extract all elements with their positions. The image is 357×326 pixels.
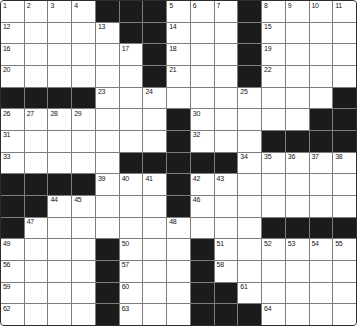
white-cell-r7c6[interactable]	[120, 131, 143, 152]
clue-number: 2	[27, 2, 31, 10]
clue-number: 3	[50, 2, 54, 10]
black-cell-r7c15	[333, 131, 356, 152]
white-cell-r2c2[interactable]	[25, 23, 48, 44]
black-cell-r15c9	[191, 304, 214, 325]
white-cell-r10c9[interactable]: 46	[191, 196, 214, 217]
black-cell-r9c3	[48, 174, 71, 195]
black-cell-r8c8	[167, 153, 190, 174]
white-cell-r2c12[interactable]: 15	[262, 23, 285, 44]
clue-number: 28	[50, 110, 57, 118]
white-cell-r15c15[interactable]	[333, 304, 356, 325]
black-cell-r5c15	[333, 88, 356, 109]
clue-number: 60	[122, 283, 129, 291]
white-cell-r3c13[interactable]	[286, 44, 309, 65]
clue-number: 33	[3, 153, 10, 161]
white-cell-r2c5[interactable]: 13	[96, 23, 119, 44]
black-cell-r3c7	[143, 44, 166, 65]
black-cell-r9c2	[25, 174, 48, 195]
white-cell-r6c10[interactable]	[215, 109, 238, 130]
clue-number: 20	[3, 66, 10, 74]
white-cell-r2c1[interactable]: 12	[1, 23, 24, 44]
black-cell-r12c5	[96, 239, 119, 260]
white-cell-r15c2[interactable]	[25, 304, 48, 325]
white-cell-r1c10[interactable]: 7	[215, 1, 238, 22]
white-cell-r11c2[interactable]: 47	[25, 218, 48, 239]
clue-number: 11	[335, 2, 342, 10]
white-cell-r2c8[interactable]: 14	[167, 23, 190, 44]
white-cell-r12c1[interactable]: 49	[1, 239, 24, 260]
white-cell-r13c8[interactable]	[167, 261, 190, 282]
white-cell-r3c10[interactable]	[215, 44, 238, 65]
white-cell-r11c5[interactable]	[96, 218, 119, 239]
white-cell-r10c11[interactable]	[238, 196, 261, 217]
white-cell-r12c14[interactable]: 54	[310, 239, 333, 260]
white-cell-r4c6[interactable]	[120, 66, 143, 87]
white-cell-r10c15[interactable]	[333, 196, 356, 217]
white-cell-r10c5[interactable]	[96, 196, 119, 217]
black-cell-r5c1	[1, 88, 24, 109]
clue-number: 25	[240, 88, 247, 96]
clue-number: 62	[3, 305, 10, 313]
white-cell-r12c3[interactable]	[48, 239, 71, 260]
white-cell-r10c7[interactable]	[143, 196, 166, 217]
black-cell-r10c2	[25, 196, 48, 217]
white-cell-r6c5[interactable]	[96, 109, 119, 130]
white-cell-r4c5[interactable]	[96, 66, 119, 87]
white-cell-r2c10[interactable]	[215, 23, 238, 44]
white-cell-r7c3[interactable]	[48, 131, 71, 152]
clue-number: 54	[312, 240, 319, 248]
white-cell-r6c11[interactable]	[238, 109, 261, 130]
white-cell-r9c13[interactable]	[286, 174, 309, 195]
black-cell-r11c1	[1, 218, 24, 239]
clue-number: 15	[264, 23, 271, 31]
white-cell-r1c3[interactable]: 3	[48, 1, 71, 22]
clue-number: 41	[145, 175, 152, 183]
black-cell-r15c10	[215, 304, 238, 325]
white-cell-r9c15[interactable]	[333, 174, 356, 195]
white-cell-r12c10[interactable]: 51	[215, 239, 238, 260]
black-cell-r6c15	[333, 109, 356, 130]
white-cell-r4c14[interactable]	[310, 66, 333, 87]
white-cell-r10c10[interactable]	[215, 196, 238, 217]
clue-number: 21	[169, 66, 176, 74]
white-cell-r7c1[interactable]: 31	[1, 131, 24, 152]
clue-number: 53	[288, 240, 295, 248]
white-cell-r11c9[interactable]	[191, 218, 214, 239]
white-cell-r5c14[interactable]	[310, 88, 333, 109]
white-cell-r3c5[interactable]	[96, 44, 119, 65]
white-cell-r3c9[interactable]	[191, 44, 214, 65]
white-cell-r12c2[interactable]	[25, 239, 48, 260]
clue-number: 59	[3, 283, 10, 291]
white-cell-r12c7[interactable]	[143, 239, 166, 260]
clue-number: 47	[27, 218, 34, 226]
black-cell-r2c6	[120, 23, 143, 44]
white-cell-r5c10[interactable]	[215, 88, 238, 109]
black-cell-r7c13	[286, 131, 309, 152]
white-cell-r10c12[interactable]	[262, 196, 285, 217]
black-cell-r2c7	[143, 23, 166, 44]
clue-number: 38	[335, 153, 342, 161]
clue-number: 31	[3, 131, 10, 139]
white-cell-r9c9[interactable]: 42	[191, 174, 214, 195]
white-cell-r7c7[interactable]	[143, 131, 166, 152]
black-cell-r7c8	[167, 131, 190, 152]
white-cell-r7c5[interactable]	[96, 131, 119, 152]
white-cell-r13c4[interactable]	[72, 261, 95, 282]
white-cell-r6c9[interactable]: 30	[191, 109, 214, 130]
white-cell-r4c1[interactable]: 20	[1, 66, 24, 87]
clue-number: 34	[240, 153, 247, 161]
white-cell-r10c14[interactable]	[310, 196, 333, 217]
white-cell-r6c6[interactable]	[120, 109, 143, 130]
white-cell-r12c15[interactable]: 55	[333, 239, 356, 260]
white-cell-r12c11[interactable]	[238, 239, 261, 260]
clue-number: 5	[169, 2, 173, 10]
white-cell-r2c13[interactable]	[286, 23, 309, 44]
white-cell-r8c14[interactable]: 37	[310, 153, 333, 174]
white-cell-r13c12[interactable]	[262, 261, 285, 282]
black-cell-r9c8	[167, 174, 190, 195]
white-cell-r12c4[interactable]	[72, 239, 95, 260]
white-cell-r10c3[interactable]: 44	[48, 196, 71, 217]
white-cell-r8c3[interactable]	[48, 153, 71, 174]
white-cell-r5c6[interactable]	[120, 88, 143, 109]
clue-number: 17	[122, 45, 129, 53]
white-cell-r3c8[interactable]: 18	[167, 44, 190, 65]
white-cell-r9c6[interactable]: 40	[120, 174, 143, 195]
white-cell-r11c4[interactable]	[72, 218, 95, 239]
clue-number: 6	[193, 2, 197, 10]
clue-number: 24	[145, 88, 152, 96]
white-cell-r9c11[interactable]	[238, 174, 261, 195]
white-cell-r1c14[interactable]: 10	[310, 1, 333, 22]
clue-number: 57	[122, 261, 129, 269]
white-cell-r3c1[interactable]: 16	[1, 44, 24, 65]
white-cell-r7c11[interactable]	[238, 131, 261, 152]
white-cell-r11c3[interactable]	[48, 218, 71, 239]
black-cell-r7c14	[310, 131, 333, 152]
white-cell-r12c13[interactable]: 53	[286, 239, 309, 260]
white-cell-r5c8[interactable]	[167, 88, 190, 109]
clue-number: 55	[335, 240, 342, 248]
clue-number: 27	[27, 110, 34, 118]
clue-number: 39	[98, 175, 105, 183]
white-cell-r4c8[interactable]: 21	[167, 66, 190, 87]
white-cell-r7c4[interactable]	[72, 131, 95, 152]
clue-number: 26	[3, 110, 10, 118]
white-cell-r6c7[interactable]	[143, 109, 166, 130]
clue-number: 19	[264, 45, 271, 53]
black-cell-r7c12	[262, 131, 285, 152]
clue-number: 13	[98, 23, 105, 31]
clue-number: 45	[74, 196, 81, 204]
white-cell-r15c12[interactable]: 64	[262, 304, 285, 325]
clue-number: 46	[193, 196, 200, 204]
clue-number: 49	[3, 240, 10, 248]
white-cell-r5c9[interactable]	[191, 88, 214, 109]
black-cell-r9c4	[72, 174, 95, 195]
white-cell-r11c6[interactable]	[120, 218, 143, 239]
white-cell-r14c1[interactable]: 59	[1, 283, 24, 304]
white-cell-r8c5[interactable]	[96, 153, 119, 174]
white-cell-r15c4[interactable]	[72, 304, 95, 325]
black-cell-r5c3	[48, 88, 71, 109]
white-cell-r15c3[interactable]	[48, 304, 71, 325]
black-cell-r1c6	[120, 1, 143, 22]
clue-number: 23	[98, 88, 105, 96]
white-cell-r8c11[interactable]: 34	[238, 153, 261, 174]
white-cell-r14c15[interactable]	[333, 283, 356, 304]
white-cell-r10c4[interactable]: 45	[72, 196, 95, 217]
white-cell-r15c14[interactable]	[310, 304, 333, 325]
black-cell-r2c11	[238, 23, 261, 44]
clue-number: 36	[288, 153, 295, 161]
clue-number: 51	[217, 240, 224, 248]
white-cell-r6c2[interactable]: 27	[25, 109, 48, 130]
white-cell-r6c3[interactable]: 28	[48, 109, 71, 130]
black-cell-r1c5	[96, 1, 119, 22]
black-cell-r11c15	[333, 218, 356, 239]
clue-number: 35	[264, 153, 271, 161]
white-cell-r2c3[interactable]	[48, 23, 71, 44]
white-cell-r2c9[interactable]	[191, 23, 214, 44]
white-cell-r8c15[interactable]: 38	[333, 153, 356, 174]
white-cell-r14c11[interactable]: 61	[238, 283, 261, 304]
clue-number: 64	[264, 305, 271, 313]
clue-number: 1	[3, 2, 7, 10]
black-cell-r5c2	[25, 88, 48, 109]
black-cell-r4c7	[143, 66, 166, 87]
white-cell-r11c8[interactable]: 48	[167, 218, 190, 239]
white-cell-r4c2[interactable]	[25, 66, 48, 87]
white-cell-r6c13[interactable]	[286, 109, 309, 130]
white-cell-r15c13[interactable]	[286, 304, 309, 325]
white-cell-r5c13[interactable]	[286, 88, 309, 109]
black-cell-r8c7	[143, 153, 166, 174]
white-cell-r1c15[interactable]: 11	[333, 1, 356, 22]
white-cell-r3c4[interactable]	[72, 44, 95, 65]
white-cell-r15c7[interactable]	[143, 304, 166, 325]
black-cell-r11c12	[262, 218, 285, 239]
white-cell-r4c13[interactable]	[286, 66, 309, 87]
white-cell-r9c7[interactable]: 41	[143, 174, 166, 195]
white-cell-r9c5[interactable]: 39	[96, 174, 119, 195]
black-cell-r4c11	[238, 66, 261, 87]
white-cell-r1c2[interactable]: 2	[25, 1, 48, 22]
white-cell-r1c8[interactable]: 5	[167, 1, 190, 22]
black-cell-r13c9	[191, 261, 214, 282]
white-cell-r12c6[interactable]: 50	[120, 239, 143, 260]
white-cell-r11c10[interactable]	[215, 218, 238, 239]
white-cell-r14c2[interactable]	[25, 283, 48, 304]
black-cell-r12c9	[191, 239, 214, 260]
black-cell-r11c13	[286, 218, 309, 239]
clue-number: 29	[74, 110, 81, 118]
black-cell-r5c4	[72, 88, 95, 109]
white-cell-r12c8[interactable]	[167, 239, 190, 260]
black-cell-r1c7	[143, 1, 166, 22]
clue-number: 16	[3, 45, 10, 53]
white-cell-r3c3[interactable]	[48, 44, 71, 65]
white-cell-r14c13[interactable]	[286, 283, 309, 304]
white-cell-r4c3[interactable]	[48, 66, 71, 87]
white-cell-r10c13[interactable]	[286, 196, 309, 217]
white-cell-r14c6[interactable]: 60	[120, 283, 143, 304]
white-cell-r2c14[interactable]	[310, 23, 333, 44]
white-cell-r3c6[interactable]: 17	[120, 44, 143, 65]
white-cell-r13c13[interactable]	[286, 261, 309, 282]
black-cell-r10c8	[167, 196, 190, 217]
white-cell-r4c15[interactable]	[333, 66, 356, 87]
black-cell-r3c11	[238, 44, 261, 65]
clue-number: 37	[312, 153, 319, 161]
white-cell-r1c12[interactable]: 8	[262, 1, 285, 22]
clue-number: 8	[264, 2, 268, 10]
white-cell-r13c15[interactable]	[333, 261, 356, 282]
white-cell-r14c7[interactable]	[143, 283, 166, 304]
clue-number: 50	[122, 240, 129, 248]
white-cell-r15c1[interactable]: 62	[1, 304, 24, 325]
white-cell-r15c6[interactable]: 63	[120, 304, 143, 325]
black-cell-r8c6	[120, 153, 143, 174]
black-cell-r14c9	[191, 283, 214, 304]
black-cell-r14c10	[215, 283, 238, 304]
white-cell-r9c12[interactable]	[262, 174, 285, 195]
clue-number: 12	[3, 23, 10, 31]
white-cell-r9c14[interactable]	[310, 174, 333, 195]
black-cell-r1c11	[238, 1, 261, 22]
white-cell-r8c12[interactable]: 35	[262, 153, 285, 174]
white-cell-r6c1[interactable]: 26	[1, 109, 24, 130]
clue-number: 30	[193, 110, 200, 118]
clue-number: 9	[288, 2, 292, 10]
white-cell-r1c13[interactable]: 9	[286, 1, 309, 22]
white-cell-r12c12[interactable]: 52	[262, 239, 285, 260]
black-cell-r14c5	[96, 283, 119, 304]
white-cell-r13c14[interactable]	[310, 261, 333, 282]
white-cell-r8c2[interactable]	[25, 153, 48, 174]
black-cell-r11c14	[310, 218, 333, 239]
white-cell-r3c14[interactable]	[310, 44, 333, 65]
white-cell-r13c6[interactable]: 57	[120, 261, 143, 282]
white-cell-r14c3[interactable]	[48, 283, 71, 304]
white-cell-r4c9[interactable]	[191, 66, 214, 87]
white-cell-r8c13[interactable]: 36	[286, 153, 309, 174]
clue-number: 14	[169, 23, 176, 31]
clue-number: 63	[122, 305, 129, 313]
white-cell-r4c10[interactable]	[215, 66, 238, 87]
black-cell-r15c11	[238, 304, 261, 325]
white-cell-r9c10[interactable]: 43	[215, 174, 238, 195]
white-cell-r13c2[interactable]	[25, 261, 48, 282]
clue-number: 58	[217, 261, 224, 269]
clue-number: 56	[3, 261, 10, 269]
white-cell-r4c12[interactable]: 22	[262, 66, 285, 87]
white-cell-r8c1[interactable]: 33	[1, 153, 24, 174]
black-cell-r6c8	[167, 109, 190, 130]
clue-number: 10	[312, 2, 319, 10]
white-cell-r10c6[interactable]	[120, 196, 143, 217]
white-cell-r4c4[interactable]	[72, 66, 95, 87]
clue-number: 61	[240, 283, 247, 291]
clue-number: 43	[217, 175, 224, 183]
white-cell-r6c4[interactable]: 29	[72, 109, 95, 130]
white-cell-r13c11[interactable]	[238, 261, 261, 282]
clue-number: 22	[264, 66, 271, 74]
black-cell-r8c10	[215, 153, 238, 174]
white-cell-r8c4[interactable]	[72, 153, 95, 174]
white-cell-r7c9[interactable]: 32	[191, 131, 214, 152]
white-cell-r13c10[interactable]: 58	[215, 261, 238, 282]
white-cell-r5c12[interactable]	[262, 88, 285, 109]
clue-number: 32	[193, 131, 200, 139]
white-cell-r3c15[interactable]	[333, 44, 356, 65]
white-cell-r13c7[interactable]	[143, 261, 166, 282]
white-cell-r2c15[interactable]	[333, 23, 356, 44]
white-cell-r11c11[interactable]	[238, 218, 261, 239]
white-cell-r6c12[interactable]	[262, 109, 285, 130]
crossword-board: 1234567891011121314151617181920212223242…	[0, 0, 357, 326]
white-cell-r14c14[interactable]	[310, 283, 333, 304]
white-cell-r7c10[interactable]	[215, 131, 238, 152]
white-cell-r13c3[interactable]	[48, 261, 71, 282]
clue-number: 42	[193, 175, 200, 183]
clue-number: 44	[50, 196, 57, 204]
black-cell-r10c1	[1, 196, 24, 217]
white-cell-r7c2[interactable]	[25, 131, 48, 152]
white-cell-r1c9[interactable]: 6	[191, 1, 214, 22]
black-cell-r6c14	[310, 109, 333, 130]
white-cell-r11c7[interactable]	[143, 218, 166, 239]
black-cell-r13c5	[96, 261, 119, 282]
clue-number: 40	[122, 175, 129, 183]
white-cell-r1c4[interactable]: 4	[72, 1, 95, 22]
white-cell-r14c8[interactable]	[167, 283, 190, 304]
white-cell-r3c2[interactable]	[25, 44, 48, 65]
black-cell-r8c9	[191, 153, 214, 174]
white-cell-r5c7[interactable]: 24	[143, 88, 166, 109]
white-cell-r5c11[interactable]: 25	[238, 88, 261, 109]
white-cell-r1c1[interactable]: 1	[1, 1, 24, 22]
white-cell-r13c1[interactable]: 56	[1, 261, 24, 282]
black-cell-r15c5	[96, 304, 119, 325]
clue-number: 48	[169, 218, 176, 226]
white-cell-r3c12[interactable]: 19	[262, 44, 285, 65]
clue-number: 18	[169, 45, 176, 53]
white-cell-r2c4[interactable]	[72, 23, 95, 44]
white-cell-r5c5[interactable]: 23	[96, 88, 119, 109]
white-cell-r14c4[interactable]	[72, 283, 95, 304]
black-cell-r9c1	[1, 174, 24, 195]
clue-number: 4	[74, 2, 78, 10]
white-cell-r14c12[interactable]	[262, 283, 285, 304]
clue-number: 52	[264, 240, 271, 248]
clue-number: 7	[217, 2, 221, 10]
white-cell-r15c8[interactable]	[167, 304, 190, 325]
